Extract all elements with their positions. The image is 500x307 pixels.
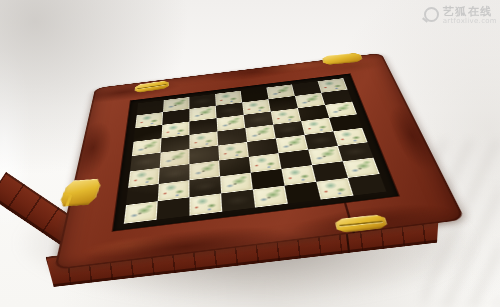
square-g1	[316, 178, 353, 200]
square-b1	[157, 197, 190, 219]
board-grid	[124, 78, 386, 224]
watermark-subtitle: artfoxlive.com	[443, 18, 497, 25]
watermark: 艺狐在线 artfoxlive.com	[424, 6, 497, 25]
playing-field	[113, 74, 399, 231]
far-edge-handle	[322, 52, 363, 65]
square-e1	[253, 186, 288, 208]
square-a1	[124, 201, 158, 223]
magnifier-icon	[424, 7, 439, 22]
square-c1	[189, 193, 222, 215]
square-h1	[348, 174, 386, 196]
square-d1	[221, 190, 255, 212]
square-f1	[285, 182, 321, 204]
far-edge-clasp	[134, 80, 168, 93]
photo-background: 艺狐在线 artfoxlive.com	[0, 0, 500, 307]
far-handle-bail	[342, 43, 417, 54]
watermark-text: 艺狐在线 artfoxlive.com	[443, 6, 497, 25]
watermark-title: 艺狐在线	[443, 6, 497, 17]
